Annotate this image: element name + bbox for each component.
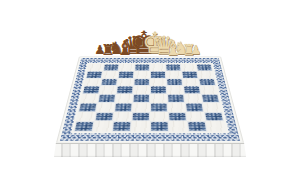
square-d5 xyxy=(133,86,150,94)
square-d6 xyxy=(133,78,150,86)
square-d3 xyxy=(132,103,150,112)
square-e6 xyxy=(150,78,167,86)
square-d4 xyxy=(133,94,150,103)
square-h1 xyxy=(206,121,227,131)
square-c4 xyxy=(115,94,133,103)
square-a6 xyxy=(84,78,102,86)
square-a3 xyxy=(78,103,98,112)
board-marble-side xyxy=(54,143,246,157)
square-e7 xyxy=(150,71,166,78)
board-frame xyxy=(56,57,245,144)
square-c1 xyxy=(112,121,132,131)
square-a8 xyxy=(87,64,104,71)
square-e3 xyxy=(150,103,168,112)
chess-set-product-photo: ♟♜♞♝♛♚♚♛♝♞♜♟ xyxy=(0,0,300,169)
square-g6 xyxy=(182,78,199,86)
square-d1 xyxy=(131,121,150,131)
inner-margin xyxy=(71,63,229,134)
square-h3 xyxy=(202,103,222,112)
square-c2 xyxy=(113,112,132,122)
square-h8 xyxy=(196,64,213,71)
square-h4 xyxy=(201,94,220,103)
square-f8 xyxy=(165,64,181,71)
square-f5 xyxy=(167,86,184,94)
square-b6 xyxy=(100,78,117,86)
square-a4 xyxy=(80,94,99,103)
square-a1 xyxy=(74,121,95,131)
square-d8 xyxy=(134,64,150,71)
square-g8 xyxy=(181,64,197,71)
square-a5 xyxy=(82,86,100,94)
square-g2 xyxy=(186,112,206,122)
square-b2 xyxy=(94,112,114,122)
square-e5 xyxy=(150,86,167,94)
square-h5 xyxy=(200,86,218,94)
square-f1 xyxy=(169,121,189,131)
square-b8 xyxy=(103,64,119,71)
square-g5 xyxy=(183,86,201,94)
square-h2 xyxy=(204,112,224,122)
square-d7 xyxy=(134,71,150,78)
square-g3 xyxy=(185,103,204,112)
square-e1 xyxy=(150,121,169,131)
mosaic-border-band xyxy=(60,58,240,141)
square-g7 xyxy=(181,71,198,78)
square-b1 xyxy=(93,121,113,131)
square-g1 xyxy=(187,121,207,131)
square-g4 xyxy=(184,94,202,103)
square-f2 xyxy=(168,112,187,122)
square-b4 xyxy=(98,94,116,103)
square-f4 xyxy=(167,94,185,103)
square-c3 xyxy=(114,103,133,112)
square-b5 xyxy=(99,86,117,94)
square-e2 xyxy=(150,112,169,122)
square-c8 xyxy=(119,64,135,71)
square-h7 xyxy=(197,71,214,78)
square-f6 xyxy=(166,78,183,86)
board-grid xyxy=(74,64,227,132)
square-b7 xyxy=(102,71,119,78)
square-f3 xyxy=(167,103,186,112)
square-e4 xyxy=(150,94,167,103)
square-c5 xyxy=(116,86,133,94)
square-f7 xyxy=(166,71,183,78)
square-h6 xyxy=(198,78,216,86)
light-pawn: ♟ xyxy=(191,46,202,56)
square-d2 xyxy=(131,112,150,122)
square-c6 xyxy=(117,78,134,86)
square-c7 xyxy=(118,71,135,78)
square-e8 xyxy=(150,64,166,71)
square-a7 xyxy=(86,71,103,78)
chessboard-3d xyxy=(56,57,245,144)
square-b3 xyxy=(96,103,115,112)
square-a2 xyxy=(76,112,96,122)
